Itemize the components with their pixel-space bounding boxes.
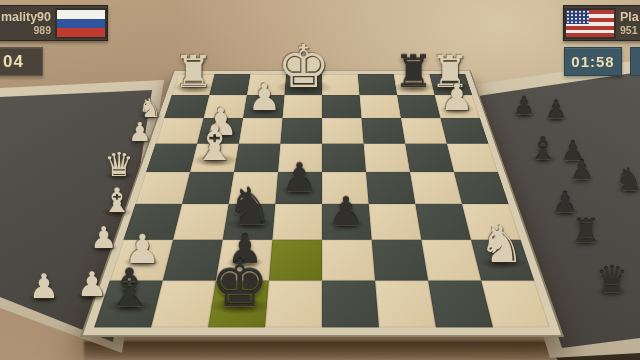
square-a1[interactable] [429, 74, 472, 95]
square-b4[interactable] [405, 144, 454, 172]
square-e2[interactable] [283, 95, 322, 118]
square-g7[interactable] [163, 240, 223, 281]
square-c7[interactable] [372, 240, 428, 281]
player-plate-left: mality90 989 [0, 5, 108, 41]
square-a8[interactable] [481, 281, 550, 328]
square-d8[interactable] [322, 281, 379, 328]
square-d6[interactable] [322, 204, 372, 240]
square-h4[interactable] [146, 144, 197, 172]
board-perspective-wrapper [55, 29, 586, 328]
square-c1[interactable] [358, 74, 397, 95]
player-rating-left: 989 [0, 24, 51, 36]
square-b2[interactable] [397, 95, 440, 118]
clock-left: 04 [0, 47, 43, 76]
square-g8[interactable] [151, 281, 216, 328]
square-e3[interactable] [280, 118, 322, 143]
square-c4[interactable] [364, 144, 410, 172]
square-e4[interactable] [278, 144, 322, 172]
square-a5[interactable] [454, 172, 509, 204]
player-rating-right: 951 [620, 24, 640, 36]
board-front-shadow [84, 341, 570, 360]
square-e5[interactable] [275, 172, 322, 204]
square-b5[interactable] [410, 172, 462, 204]
square-d1[interactable] [322, 74, 360, 95]
square-e8[interactable] [265, 281, 322, 328]
square-f3[interactable] [239, 118, 283, 143]
square-e7[interactable] [269, 240, 322, 281]
square-h3[interactable] [156, 118, 204, 143]
square-g2[interactable] [204, 95, 247, 118]
square-g3[interactable] [197, 118, 243, 143]
square-c2[interactable] [360, 95, 401, 118]
square-f7[interactable] [216, 240, 272, 281]
square-g4[interactable] [190, 144, 239, 172]
square-d7[interactable] [322, 240, 375, 281]
square-f6[interactable] [223, 204, 276, 240]
player-plate-right: Pla 951 [563, 5, 640, 41]
square-e6[interactable] [272, 204, 322, 240]
square-f5[interactable] [229, 172, 278, 204]
square-a7[interactable] [471, 240, 534, 281]
square-h2[interactable] [164, 95, 209, 118]
square-g5[interactable] [182, 172, 234, 204]
flag-russia-icon [55, 8, 107, 39]
square-a6[interactable] [462, 204, 521, 240]
flag-usa-icon [564, 8, 616, 39]
square-e1[interactable] [284, 74, 322, 95]
square-c6[interactable] [369, 204, 422, 240]
square-f4[interactable] [234, 144, 280, 172]
clock-right: 01:58 [564, 47, 622, 76]
player-name-left: mality90 [0, 10, 51, 24]
square-b3[interactable] [401, 118, 447, 143]
square-g6[interactable] [173, 204, 229, 240]
square-c8[interactable] [375, 281, 436, 328]
square-f8[interactable] [208, 281, 269, 328]
square-a3[interactable] [440, 118, 488, 143]
square-d3[interactable] [322, 118, 364, 143]
square-a2[interactable] [435, 95, 480, 118]
square-d5[interactable] [322, 172, 369, 204]
square-f1[interactable] [247, 74, 286, 95]
square-d2[interactable] [322, 95, 361, 118]
square-b1[interactable] [394, 74, 435, 95]
square-a4[interactable] [447, 144, 498, 172]
square-c3[interactable] [361, 118, 405, 143]
side-button[interactable] [630, 47, 640, 76]
square-h1[interactable] [172, 74, 215, 95]
square-d4[interactable] [322, 144, 366, 172]
game-scene: ♞♟♛♝♟♟♟♟♟♝♟♟♞♟♜♛ ♜♚♜♜♟♟♟♝♟♞♟♟♟♞♝♚ mality… [0, 0, 640, 360]
square-h5[interactable] [135, 172, 190, 204]
chess-board[interactable] [83, 71, 561, 335]
square-c5[interactable] [366, 172, 415, 204]
square-g1[interactable] [209, 74, 250, 95]
square-f2[interactable] [243, 95, 284, 118]
player-name-right: Pla [620, 10, 640, 24]
